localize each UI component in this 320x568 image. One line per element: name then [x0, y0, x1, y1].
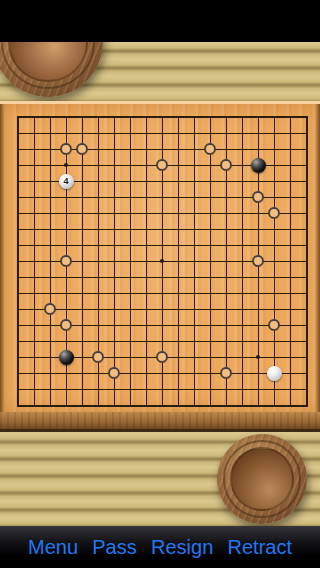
app-screen: 4 Menu Pass Resign Retract — [0, 0, 320, 568]
move-hint-marker[interactable] — [76, 143, 88, 155]
board-shadow — [0, 429, 320, 432]
star-point — [256, 355, 260, 359]
move-hint-marker[interactable] — [268, 207, 280, 219]
go-board[interactable]: 4 — [0, 101, 320, 432]
bottom-toolbar: Menu Pass Resign Retract — [0, 526, 320, 568]
move-hint-marker[interactable] — [268, 319, 280, 331]
stone-bowl-bottom-right — [217, 434, 307, 524]
white-stone — [267, 366, 282, 381]
star-point — [160, 259, 164, 263]
move-hint-marker[interactable] — [204, 143, 216, 155]
star-point — [64, 163, 68, 167]
status-bar — [0, 0, 320, 42]
move-hint-marker[interactable] — [156, 159, 168, 171]
black-stone — [251, 158, 266, 173]
board-front-edge — [0, 412, 320, 429]
pass-button[interactable]: Pass — [92, 536, 136, 559]
move-hint-marker[interactable] — [92, 351, 104, 363]
move-hint-marker[interactable] — [60, 143, 72, 155]
move-hint-marker[interactable] — [60, 255, 72, 267]
move-hint-marker[interactable] — [220, 159, 232, 171]
board-right-edge — [316, 104, 320, 412]
retract-button[interactable]: Retract — [228, 536, 292, 559]
move-hint-marker[interactable] — [108, 367, 120, 379]
move-hint-marker[interactable] — [156, 351, 168, 363]
menu-button[interactable]: Menu — [28, 536, 78, 559]
black-stone — [59, 350, 74, 365]
resign-button[interactable]: Resign — [151, 536, 213, 559]
white-stone-move-4: 4 — [59, 174, 74, 189]
move-hint-marker[interactable] — [252, 255, 264, 267]
move-hint-marker[interactable] — [44, 303, 56, 315]
move-hint-marker[interactable] — [60, 319, 72, 331]
board-left-edge — [0, 104, 4, 412]
move-hint-marker[interactable] — [252, 191, 264, 203]
move-hint-marker[interactable] — [220, 367, 232, 379]
board-stones: 4 — [10, 109, 314, 413]
